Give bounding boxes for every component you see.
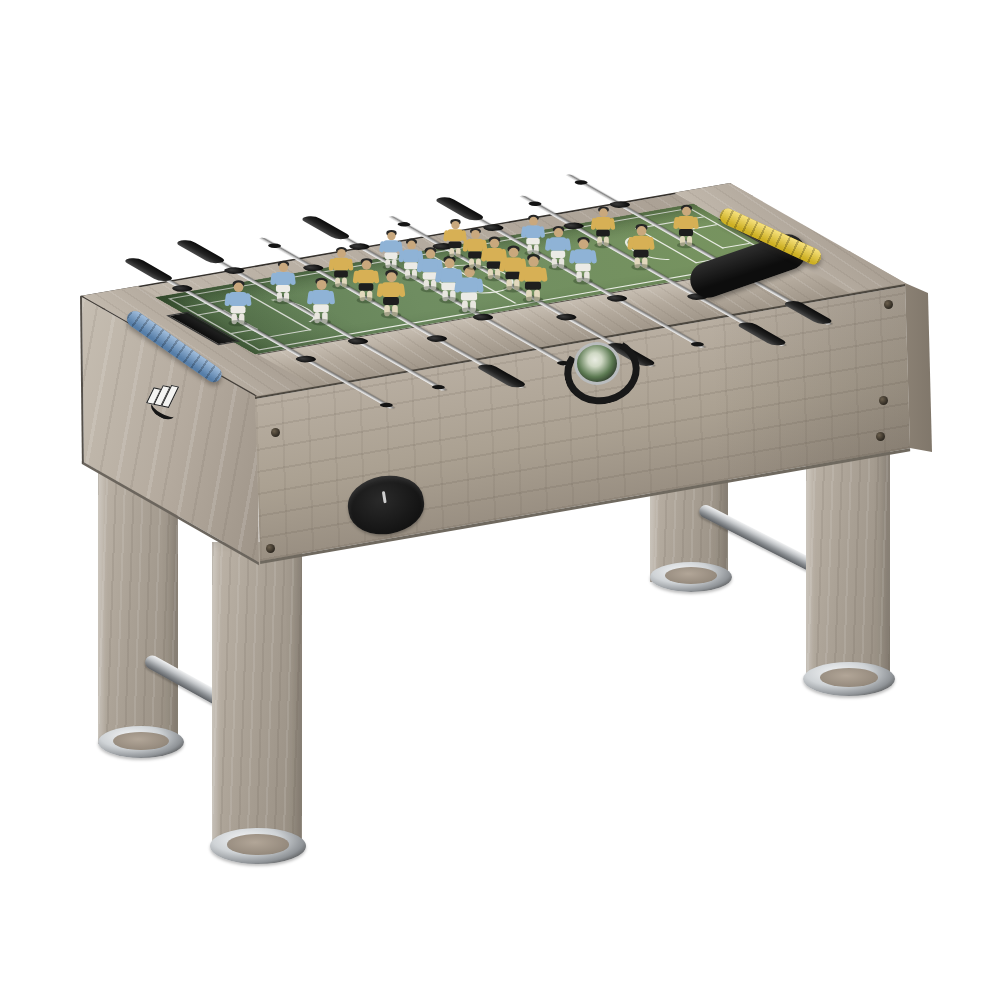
screw [879, 396, 888, 405]
blue-player [572, 239, 594, 283]
leg-leveler-back-right [650, 562, 732, 592]
screw [884, 300, 893, 309]
blue-player [548, 227, 569, 268]
rod-end-cap [395, 222, 413, 228]
leg-leveler-back-left [98, 726, 184, 758]
yellow-player [331, 248, 351, 287]
blue-player [523, 215, 542, 253]
rod-end-cap [526, 201, 544, 207]
leg-leveler-front-right [803, 662, 895, 696]
leg-front-right [806, 438, 890, 682]
rod-handle[interactable] [298, 215, 353, 240]
rod-handle[interactable] [121, 257, 176, 282]
rod-handle[interactable] [432, 196, 487, 221]
blue-player [310, 279, 332, 323]
screw [271, 428, 280, 437]
yellow-player [521, 255, 544, 301]
yellow-player [594, 208, 613, 247]
rod-end-cap [572, 180, 590, 186]
yellow-player [380, 271, 403, 316]
blue-player [227, 281, 248, 324]
yellow-player [630, 225, 652, 268]
screw [876, 432, 885, 441]
ball-serve-hole[interactable] [572, 340, 618, 382]
foosball-table-photo [0, 0, 1000, 1000]
rod-end-cap [265, 243, 283, 249]
blue-player [382, 231, 401, 268]
leg-front-left [212, 542, 302, 848]
yellow-player [465, 229, 485, 268]
blue-player [457, 266, 480, 312]
serve-hole-ring [574, 342, 620, 385]
yellow-player [676, 206, 696, 246]
yellow-player [446, 220, 465, 257]
leg-leveler-front-left [210, 828, 306, 864]
yellow-player [356, 260, 377, 302]
rod-handle[interactable] [173, 239, 228, 264]
screw [266, 544, 275, 553]
blue-player [273, 262, 293, 302]
